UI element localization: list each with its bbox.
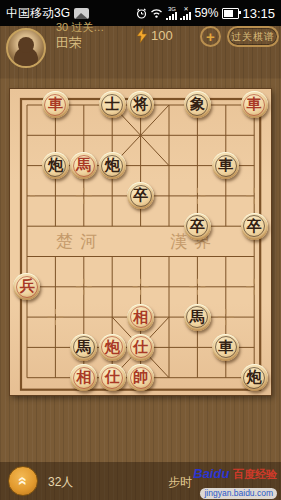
player-name: 田荣 — [56, 34, 82, 52]
watermark: Baidu 百度经验 jingyan.baidu.com — [193, 466, 277, 500]
board-grid: 車士将象車炮馬炮車卒卒卒兵相馬馬炮仕車相仕帥炮 — [13, 90, 269, 393]
alarm-icon — [136, 8, 147, 19]
watermark-brand: Baidu — [193, 466, 229, 481]
piece-red-相[interactable]: 相 — [127, 304, 154, 331]
piece-black-卒[interactable]: 卒 — [184, 213, 211, 240]
piece-red-兵[interactable]: 兵 — [13, 273, 40, 300]
header: 30 过关… 田荣 100 + 过关棋谱 — [0, 26, 281, 86]
piece-black-車[interactable]: 車 — [212, 334, 239, 361]
carrier-label: 中国移动3G — [6, 5, 70, 22]
piece-black-士[interactable]: 士 — [99, 91, 126, 118]
piece-black-馬[interactable]: 馬 — [70, 334, 97, 361]
piece-black-象[interactable]: 象 — [184, 91, 211, 118]
status-right: 3G ✕ 59% 13:15 — [136, 6, 275, 21]
signal-3g-icon: 3G — [166, 6, 177, 20]
lightning-icon — [136, 28, 148, 43]
piece-red-炮[interactable]: 炮 — [99, 334, 126, 361]
piece-red-仕[interactable]: 仕 — [127, 334, 154, 361]
photo-icon — [74, 8, 89, 19]
energy-value: 100 — [151, 28, 173, 43]
add-energy-button[interactable]: + — [200, 26, 221, 47]
energy-indicator: 100 — [136, 28, 173, 43]
signal-x-icon: ✕ — [180, 6, 191, 20]
piece-black-卒[interactable]: 卒 — [127, 182, 154, 209]
chevron-up-icon: « — [15, 477, 31, 486]
piece-black-炮[interactable]: 炮 — [42, 152, 69, 179]
piece-black-将[interactable]: 将 — [127, 91, 154, 118]
watermark-logo: Baidu 百度经验 — [193, 466, 277, 482]
piece-red-仕[interactable]: 仕 — [99, 364, 126, 391]
piece-black-車[interactable]: 車 — [212, 152, 239, 179]
watermark-name: 百度经验 — [233, 468, 277, 480]
watermark-url: jingyan.baidu.com — [200, 488, 277, 499]
piece-black-卒[interactable]: 卒 — [241, 213, 268, 240]
piece-black-馬[interactable]: 馬 — [184, 304, 211, 331]
battery-icon — [222, 8, 239, 19]
app-root: 中国移动3G 3G ✕ 59% 13:1 — [0, 0, 281, 500]
viewer-count: 32人 — [48, 474, 73, 491]
piece-red-帥[interactable]: 帥 — [127, 364, 154, 391]
piece-red-相[interactable]: 相 — [70, 364, 97, 391]
piece-black-炮[interactable]: 炮 — [241, 364, 268, 391]
piece-red-車[interactable]: 車 — [42, 91, 69, 118]
piece-black-炮[interactable]: 炮 — [99, 152, 126, 179]
xiangqi-board: 楚河 漢界 車士将象車炮馬炮車卒卒卒兵相馬馬炮仕車相仕帥炮 — [10, 89, 271, 395]
piece-red-馬[interactable]: 馬 — [70, 152, 97, 179]
move-time-label: 步时 — [168, 474, 192, 491]
piece-red-車[interactable]: 車 — [241, 91, 268, 118]
battery-percent: 59% — [194, 6, 218, 20]
avatar[interactable] — [6, 28, 46, 68]
wifi-icon — [150, 8, 163, 18]
expand-button[interactable]: « — [8, 466, 38, 496]
clock-label: 13:15 — [242, 6, 275, 21]
status-left: 中国移动3G — [6, 5, 89, 22]
puzzle-book-button[interactable]: 过关棋谱 — [227, 26, 279, 47]
